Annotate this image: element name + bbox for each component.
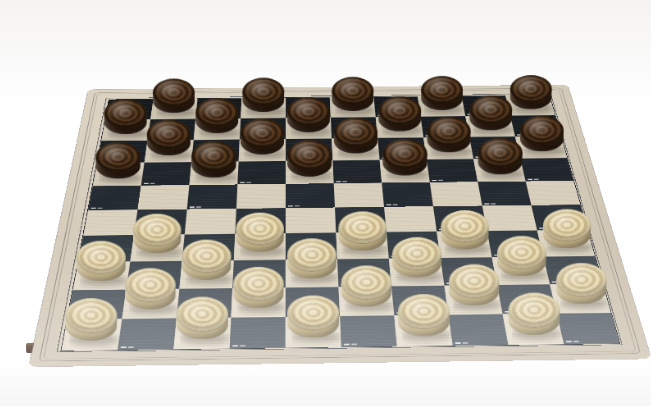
square-r9c6[interactable]: [338, 286, 394, 316]
piece-top: [392, 237, 441, 269]
square-r2c9[interactable]: [465, 116, 515, 137]
light-piece[interactable]: [392, 237, 441, 277]
square-r10c10[interactable]: [556, 313, 619, 344]
piece-top: [341, 266, 391, 299]
dark-piece[interactable]: [195, 98, 238, 133]
square-r2c7[interactable]: [375, 117, 423, 138]
square-r6c3[interactable]: [184, 209, 236, 235]
light-piece[interactable]: [543, 209, 591, 248]
dark-piece[interactable]: [146, 120, 190, 156]
piece-top: [233, 267, 283, 300]
dark-piece[interactable]: [427, 117, 471, 153]
square-r1c2[interactable]: [150, 99, 197, 120]
light-piece[interactable]: [338, 211, 386, 250]
square-r5c1[interactable]: [88, 185, 141, 210]
product-photo-canvas: { "game": "checkers (international draug…: [0, 0, 651, 406]
piece-top: [195, 98, 238, 126]
piece-top: [469, 95, 512, 123]
dark-piece[interactable]: [469, 95, 512, 130]
dark-piece[interactable]: [242, 78, 284, 112]
piece-top: [287, 140, 332, 169]
dark-piece[interactable]: [510, 75, 552, 109]
square-r1c8[interactable]: [417, 96, 465, 117]
dark-piece[interactable]: [152, 79, 194, 113]
light-piece[interactable]: [341, 266, 391, 307]
square-r6c9[interactable]: [482, 205, 537, 231]
light-piece[interactable]: [181, 240, 230, 280]
square-r8c1[interactable]: [72, 262, 129, 291]
square-r10c4[interactable]: [229, 317, 285, 349]
square-r9c2[interactable]: [121, 289, 178, 319]
piece-top: [427, 117, 471, 146]
dark-piece[interactable]: [191, 141, 236, 178]
square-r7c4[interactable]: [233, 233, 285, 260]
piece-top: [440, 210, 488, 242]
piece-top: [287, 97, 330, 125]
light-piece[interactable]: [233, 267, 283, 308]
piece-top: [76, 241, 125, 274]
square-r9c8[interactable]: [444, 285, 502, 315]
playing-area-border: [56, 93, 622, 352]
piece-top: [543, 209, 591, 241]
piece-top: [152, 79, 194, 107]
piece-top: [556, 263, 606, 296]
dark-piece[interactable]: [287, 97, 330, 132]
square-r4c8[interactable]: [426, 159, 477, 182]
light-piece[interactable]: [556, 263, 606, 304]
square-r4c1[interactable]: [92, 162, 144, 186]
square-r5c6[interactable]: [333, 183, 383, 208]
piece-top: [133, 214, 181, 246]
square-r8c9[interactable]: [491, 257, 549, 285]
piece-top: [497, 236, 546, 268]
square-r8c5[interactable]: [285, 259, 338, 287]
dark-piece[interactable]: [378, 96, 421, 131]
dark-piece[interactable]: [240, 119, 284, 155]
square-r3c2[interactable]: [144, 140, 193, 163]
piece-top: [104, 99, 147, 127]
piece-top: [378, 96, 421, 124]
piece-top: [146, 120, 190, 149]
dark-piece[interactable]: [95, 142, 140, 179]
square-r10c2[interactable]: [117, 318, 176, 350]
square-r5c4[interactable]: [236, 184, 285, 209]
dark-piece[interactable]: [287, 140, 332, 177]
dark-piece[interactable]: [421, 76, 463, 110]
square-r3c4[interactable]: [238, 139, 285, 161]
piece-top: [520, 116, 563, 145]
light-piece[interactable]: [76, 241, 125, 281]
square-r4c4[interactable]: [237, 161, 285, 185]
piece-top: [333, 118, 377, 147]
board-frame: [29, 85, 651, 367]
board-scene: [0, 0, 651, 406]
piece-top: [287, 295, 339, 329]
square-r7c8[interactable]: [436, 231, 491, 258]
dark-piece[interactable]: [333, 118, 377, 154]
square-r6c7[interactable]: [384, 206, 437, 232]
piece-top: [382, 139, 427, 168]
light-piece[interactable]: [508, 293, 560, 335]
square-r2c1[interactable]: [101, 119, 150, 141]
dark-piece[interactable]: [477, 138, 521, 175]
dark-piece[interactable]: [104, 99, 147, 134]
square-r5c7[interactable]: [381, 182, 432, 207]
dark-piece[interactable]: [520, 116, 563, 152]
square-r10c3[interactable]: [173, 317, 230, 349]
square-r10c7[interactable]: [394, 315, 453, 346]
piece-top: [191, 141, 236, 170]
square-r5c9[interactable]: [477, 181, 531, 205]
light-piece[interactable]: [440, 210, 488, 249]
piece-top: [235, 213, 283, 245]
square-r4c7[interactable]: [379, 159, 429, 182]
square-r5c5[interactable]: [285, 183, 334, 208]
square-r10c5[interactable]: [285, 316, 341, 348]
board-grid: [60, 95, 620, 351]
square-r1c6[interactable]: [329, 97, 375, 118]
piece-top: [181, 240, 230, 272]
square-r9c4[interactable]: [231, 288, 285, 318]
square-r1c10[interactable]: [505, 95, 554, 115]
square-r4c2[interactable]: [141, 162, 191, 186]
dark-piece[interactable]: [331, 77, 373, 111]
square-r4c3[interactable]: [189, 161, 238, 185]
square-r4c9[interactable]: [473, 158, 525, 181]
light-piece[interactable]: [176, 297, 228, 340]
square-r7c6[interactable]: [336, 232, 389, 259]
square-r10c9[interactable]: [502, 313, 563, 344]
light-piece[interactable]: [448, 264, 498, 305]
square-r2c3[interactable]: [193, 118, 240, 140]
light-piece[interactable]: [287, 295, 339, 337]
piece-top: [477, 138, 521, 167]
square-r5c10[interactable]: [525, 181, 580, 205]
piece-top: [448, 264, 498, 297]
square-r8c7[interactable]: [388, 258, 443, 286]
piece-top: [397, 294, 449, 328]
square-r3c8[interactable]: [423, 137, 473, 159]
light-piece[interactable]: [133, 214, 181, 253]
square-r10c8[interactable]: [448, 314, 508, 345]
light-piece[interactable]: [125, 268, 175, 309]
square-r7c2[interactable]: [130, 234, 184, 261]
piece-top: [176, 297, 228, 331]
square-r5c3[interactable]: [186, 184, 237, 209]
piece-top: [508, 293, 560, 327]
light-piece[interactable]: [287, 238, 336, 278]
light-piece[interactable]: [235, 213, 283, 252]
piece-top: [338, 211, 386, 243]
piece-top: [125, 268, 175, 301]
square-r10c6[interactable]: [339, 315, 396, 347]
piece-top: [240, 119, 284, 148]
floor-shadow: [0, 360, 651, 406]
square-r6c1[interactable]: [83, 210, 137, 236]
square-r6c5[interactable]: [285, 207, 335, 233]
square-r4c10[interactable]: [520, 158, 573, 181]
light-piece[interactable]: [397, 294, 449, 336]
square-r5c8[interactable]: [429, 182, 481, 207]
piece-top: [287, 238, 336, 270]
square-r5c2[interactable]: [137, 185, 189, 210]
light-piece[interactable]: [65, 298, 117, 341]
square-r4c5[interactable]: [285, 160, 333, 183]
square-r1c4[interactable]: [240, 98, 285, 119]
square-r4c6[interactable]: [332, 160, 381, 183]
square-r10c1[interactable]: [61, 319, 122, 351]
piece-top: [95, 142, 140, 172]
square-r3c6[interactable]: [331, 138, 379, 160]
light-piece[interactable]: [497, 236, 546, 276]
piece-top: [421, 76, 463, 104]
square-r2c5[interactable]: [285, 117, 331, 138]
square-r8c3[interactable]: [179, 260, 233, 289]
piece-top: [331, 77, 373, 105]
dark-piece[interactable]: [382, 139, 427, 176]
piece-top: [510, 75, 552, 102]
piece-top: [65, 298, 117, 332]
piece-top: [242, 78, 284, 106]
